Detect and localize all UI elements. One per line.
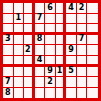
- cell-r6c1[interactable]: [3, 56, 14, 67]
- cell-r7c5[interactable]: 9: [45, 67, 56, 78]
- cell-r2c6[interactable]: [56, 14, 67, 25]
- cell-r3c4[interactable]: [35, 24, 46, 35]
- cell-r9c2[interactable]: [14, 88, 25, 99]
- cell-r5c1[interactable]: [3, 45, 14, 56]
- cell-r6c2[interactable]: [14, 56, 25, 67]
- cell-r4c5[interactable]: [45, 35, 56, 46]
- cell-r8c2[interactable]: [14, 77, 25, 88]
- cell-r4c2[interactable]: [14, 35, 25, 46]
- cell-r9c3[interactable]: [24, 88, 35, 99]
- cell-r3c5[interactable]: [45, 24, 56, 35]
- cell-r5c3[interactable]: 2: [24, 45, 35, 56]
- cell-r5c2[interactable]: [14, 45, 25, 56]
- cell-r1c1[interactable]: [3, 3, 14, 14]
- cell-r2c9[interactable]: [87, 14, 98, 25]
- cell-r2c2[interactable]: 1: [14, 14, 25, 25]
- cell-r1c7[interactable]: 4: [66, 3, 77, 14]
- cell-r6c5[interactable]: [45, 56, 56, 67]
- cell-r8c6[interactable]: [56, 77, 67, 88]
- cell-r7c9[interactable]: [87, 67, 98, 78]
- cell-r1c8[interactable]: 2: [77, 3, 88, 14]
- cell-r6c9[interactable]: [87, 56, 98, 67]
- cell-r2c4[interactable]: 7: [35, 14, 46, 25]
- sudoku-board: 64217387294915728: [3, 3, 98, 98]
- cell-r9c4[interactable]: [35, 88, 46, 99]
- cell-r7c7[interactable]: 5: [66, 67, 77, 78]
- cell-r6c8[interactable]: [77, 56, 88, 67]
- cell-r7c4[interactable]: [35, 67, 46, 78]
- cell-r9c9[interactable]: [87, 88, 98, 99]
- cell-r9c5[interactable]: [45, 88, 56, 99]
- cell-r2c5[interactable]: [45, 14, 56, 25]
- cell-r3c7[interactable]: [66, 24, 77, 35]
- cell-r3c2[interactable]: [14, 24, 25, 35]
- cell-r8c4[interactable]: [35, 77, 46, 88]
- cell-r5c9[interactable]: [87, 45, 98, 56]
- cell-r7c2[interactable]: [14, 67, 25, 78]
- cell-r1c5[interactable]: 6: [45, 3, 56, 14]
- cell-r6c6[interactable]: [56, 56, 67, 67]
- cell-r5c8[interactable]: [77, 45, 88, 56]
- cell-r3c6[interactable]: [56, 24, 67, 35]
- cell-r8c3[interactable]: [24, 77, 35, 88]
- sudoku-board-frame: 64217387294915728: [0, 0, 101, 101]
- cell-r6c7[interactable]: [66, 56, 77, 67]
- cell-r8c7[interactable]: [66, 77, 77, 88]
- cell-r4c1[interactable]: 3: [3, 35, 14, 46]
- cell-r5c6[interactable]: [56, 45, 67, 56]
- cell-r3c9[interactable]: [87, 24, 98, 35]
- cell-r4c6[interactable]: [56, 35, 67, 46]
- cell-r4c3[interactable]: [24, 35, 35, 46]
- cell-r2c1[interactable]: [3, 14, 14, 25]
- cell-r1c9[interactable]: [87, 3, 98, 14]
- cell-r6c3[interactable]: [24, 56, 35, 67]
- cell-r4c4[interactable]: 8: [35, 35, 46, 46]
- cell-r8c9[interactable]: [87, 77, 98, 88]
- cell-r4c9[interactable]: [87, 35, 98, 46]
- cell-r4c8[interactable]: 7: [77, 35, 88, 46]
- cell-r8c1[interactable]: 7: [3, 77, 14, 88]
- cell-r1c4[interactable]: [35, 3, 46, 14]
- cell-r7c6[interactable]: 1: [56, 67, 67, 78]
- cell-r2c8[interactable]: [77, 14, 88, 25]
- cell-r9c6[interactable]: [56, 88, 67, 99]
- cell-r3c1[interactable]: [3, 24, 14, 35]
- cell-r8c5[interactable]: 2: [45, 77, 56, 88]
- cell-r9c7[interactable]: [66, 88, 77, 99]
- cell-r3c8[interactable]: [77, 24, 88, 35]
- cell-r5c4[interactable]: [35, 45, 46, 56]
- cell-r3c3[interactable]: [24, 24, 35, 35]
- cell-r6c4[interactable]: 4: [35, 56, 46, 67]
- cell-r2c3[interactable]: [24, 14, 35, 25]
- cell-r4c7[interactable]: [66, 35, 77, 46]
- cell-r9c1[interactable]: 8: [3, 88, 14, 99]
- cell-r5c5[interactable]: [45, 45, 56, 56]
- cell-r7c3[interactable]: [24, 67, 35, 78]
- cell-r2c7[interactable]: [66, 14, 77, 25]
- cell-r7c8[interactable]: [77, 67, 88, 78]
- cell-r7c1[interactable]: [3, 67, 14, 78]
- cell-r8c8[interactable]: [77, 77, 88, 88]
- cell-r9c8[interactable]: [77, 88, 88, 99]
- cell-r1c2[interactable]: [14, 3, 25, 14]
- cell-r5c7[interactable]: 9: [66, 45, 77, 56]
- cell-r1c6[interactable]: [56, 3, 67, 14]
- cell-r1c3[interactable]: [24, 3, 35, 14]
